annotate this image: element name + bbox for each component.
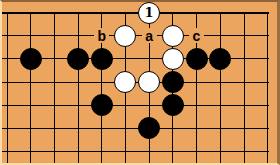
grid-line [2, 82, 269, 83]
grid-line [2, 35, 269, 36]
grid-line [267, 12, 268, 164]
grid-line [2, 105, 269, 106]
grid-line [220, 12, 221, 164]
grid-line [244, 12, 245, 164]
grid-line [125, 12, 126, 164]
grid-line [54, 12, 55, 164]
grid-line [30, 12, 31, 164]
grid-line [7, 12, 8, 164]
grid-line [172, 12, 173, 164]
grid-line [149, 12, 150, 164]
go-board: bac1 [0, 0, 280, 165]
grid-line [196, 12, 197, 164]
grid-line [2, 128, 269, 129]
grid-line [2, 58, 269, 59]
grid-line [101, 12, 102, 164]
board-surface: bac1 [2, 2, 277, 163]
board-top-edge-line [2, 12, 269, 14]
grid-line [78, 12, 79, 164]
grid-line [2, 151, 269, 152]
